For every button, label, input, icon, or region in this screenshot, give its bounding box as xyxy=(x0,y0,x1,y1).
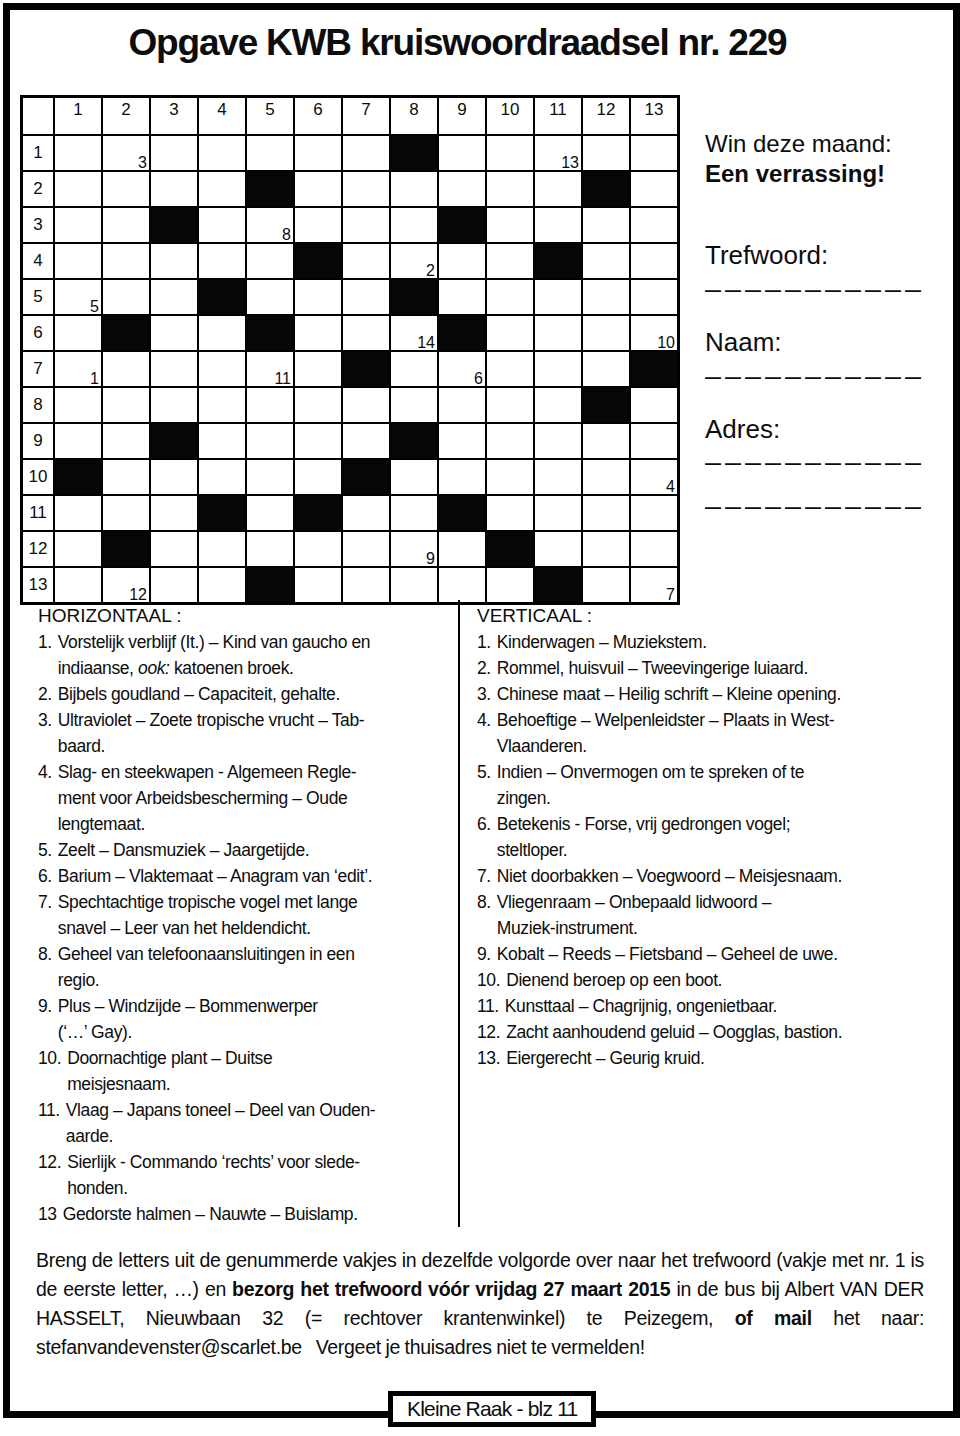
cell-r13c10[interactable] xyxy=(487,568,533,602)
page-footer-box: Kleine Raak - blz 11 xyxy=(388,1391,596,1427)
page-footer-text: Kleine Raak - blz 11 xyxy=(407,1397,577,1420)
column-label-1: 1 xyxy=(55,98,101,134)
cell-r7c8[interactable] xyxy=(391,352,437,386)
cell-r6c10[interactable] xyxy=(487,316,533,350)
cell-r5c5[interactable] xyxy=(247,280,293,314)
cell-r4c5[interactable] xyxy=(247,244,293,278)
vertical-clue-11: 11.Kunsttaal – Chagrijnig, ongenietbaar. xyxy=(477,993,949,1019)
keyword-number-5: 5 xyxy=(90,298,99,315)
black-cell-r9c3 xyxy=(151,424,197,458)
clue-text: Plus – Windzijde – Bommenwerper (‘…’ Gay… xyxy=(58,993,318,1045)
cell-r2c3[interactable] xyxy=(151,172,197,206)
cell-r10c3[interactable] xyxy=(151,460,197,494)
cell-r4c3[interactable] xyxy=(151,244,197,278)
cell-r7c4[interactable] xyxy=(199,352,245,386)
keyword-number-4: 4 xyxy=(666,478,675,495)
cell-r12c4[interactable] xyxy=(199,532,245,566)
vertical-clue-3: 3.Chinese maat – Heilig schrift – Kleine… xyxy=(477,681,949,707)
cell-r7c5[interactable]: 11 xyxy=(247,352,293,386)
black-cell-r10c7 xyxy=(343,460,389,494)
cell-r4c13[interactable] xyxy=(631,244,677,278)
horizontal-clue-3: 3.Ultraviolet – Zoete tropische vrucht –… xyxy=(38,707,460,759)
clue-text: Sierlijk - Commando ‘rechts’ voor slede-… xyxy=(67,1149,360,1201)
cell-r10c9[interactable] xyxy=(439,460,485,494)
clue-text: Geheel van telefoonaansluitingen in een … xyxy=(58,941,355,993)
cell-r11c7[interactable] xyxy=(343,496,389,530)
cell-r12c6[interactable] xyxy=(295,532,341,566)
clue-text: Slag- en steekwapen - Algemeen Regle- me… xyxy=(58,759,356,837)
cell-r11c10[interactable] xyxy=(487,496,533,530)
clue-text: Rommel, huisvuil – Tweevingerige luiaard… xyxy=(497,655,808,681)
cell-r8c4[interactable] xyxy=(199,388,245,422)
cell-r3c2[interactable] xyxy=(103,208,149,242)
row-label-7: 7 xyxy=(23,352,53,386)
clue-number: 6. xyxy=(38,863,52,889)
vertical-clue-12: 12.Zacht aanhoudend geluid – Oogglas, ba… xyxy=(477,1019,949,1045)
horizontal-clue-12: 12.Sierlijk - Commando ‘rechts’ voor sle… xyxy=(38,1149,460,1201)
clue-number: 7. xyxy=(38,889,52,941)
black-cell-r3c3 xyxy=(151,208,197,242)
keyword-number-10: 10 xyxy=(657,334,675,351)
cell-r6c4[interactable] xyxy=(199,316,245,350)
cell-r9c7[interactable] xyxy=(343,424,389,458)
keyword-number-11: 11 xyxy=(274,370,291,387)
cell-r12c5[interactable] xyxy=(247,532,293,566)
clue-number: 9. xyxy=(38,993,52,1045)
clue-number: 5. xyxy=(477,759,491,811)
clue-text: Zacht aanhoudend geluid – Oogglas, basti… xyxy=(506,1019,842,1045)
row-label-11: 11 xyxy=(23,496,53,530)
naam-write-line[interactable]: ——————————— xyxy=(705,369,925,387)
horizontal-clue-13: 13Gedorste halmen – Nauwte – Buislamp. xyxy=(38,1201,460,1227)
row-label-3: 3 xyxy=(23,208,53,242)
win-text-line2: Een verrassing! xyxy=(705,160,885,188)
black-cell-r11c9 xyxy=(439,496,485,530)
cell-r6c12[interactable] xyxy=(583,316,629,350)
black-cell-r12c10 xyxy=(487,532,533,566)
cell-r9c12[interactable] xyxy=(583,424,629,458)
cell-r12c1[interactable] xyxy=(55,532,101,566)
cell-r1c4[interactable] xyxy=(199,136,245,170)
vertical-clue-2: 2.Rommel, huisvuil – Tweevingerige luiaa… xyxy=(477,655,949,681)
cell-r12c13[interactable] xyxy=(631,532,677,566)
black-cell-r4c11 xyxy=(535,244,581,278)
clue-text: Kunsttaal – Chagrijnig, ongenietbaar. xyxy=(505,993,777,1019)
cell-r7c9[interactable]: 6 xyxy=(439,352,485,386)
horizontal-clue-1: 1.Vorstelijk verblijf (It.) – Kind van g… xyxy=(38,629,460,681)
cell-r8c7[interactable] xyxy=(343,388,389,422)
cell-r12c7[interactable] xyxy=(343,532,389,566)
black-cell-r13c11 xyxy=(535,568,581,602)
clue-number: 2. xyxy=(477,655,491,681)
black-cell-r2c12 xyxy=(583,172,629,206)
cell-r2c11[interactable] xyxy=(535,172,581,206)
black-cell-r11c6 xyxy=(295,496,341,530)
cell-r3c1[interactable] xyxy=(55,208,101,242)
column-label-13: 13 xyxy=(631,98,677,134)
clue-number: 9. xyxy=(477,941,491,967)
cell-r2c10[interactable] xyxy=(487,172,533,206)
cell-r13c4[interactable] xyxy=(199,568,245,602)
clue-number: 7. xyxy=(477,863,491,889)
cell-r13c13[interactable]: 7 xyxy=(631,568,677,602)
clue-number: 2. xyxy=(38,681,52,707)
black-cell-r7c13 xyxy=(631,352,677,386)
cell-r10c13[interactable]: 4 xyxy=(631,460,677,494)
cell-r7c1[interactable]: 1 xyxy=(55,352,101,386)
clue-text: Ultraviolet – Zoete tropische vrucht – T… xyxy=(58,707,364,759)
cell-r9c2[interactable] xyxy=(103,424,149,458)
cell-r9c11[interactable] xyxy=(535,424,581,458)
cell-r3c11[interactable] xyxy=(535,208,581,242)
cell-r8c9[interactable] xyxy=(439,388,485,422)
cell-r12c12[interactable] xyxy=(583,532,629,566)
horizontal-clue-6: 6.Barium – Vlaktemaat – Anagram van ‘edi… xyxy=(38,863,460,889)
cell-r9c10[interactable] xyxy=(487,424,533,458)
cell-r4c1[interactable] xyxy=(55,244,101,278)
clue-text: Bijbels goudland – Capaciteit, gehalte. xyxy=(58,681,340,707)
cell-r1c11[interactable]: 13 xyxy=(535,136,581,170)
cell-r11c11[interactable] xyxy=(535,496,581,530)
cell-r8c1[interactable] xyxy=(55,388,101,422)
cell-r5c13[interactable] xyxy=(631,280,677,314)
cell-r9c5[interactable] xyxy=(247,424,293,458)
cell-r7c2[interactable] xyxy=(103,352,149,386)
cell-r3c8[interactable] xyxy=(391,208,437,242)
cell-r3c10[interactable] xyxy=(487,208,533,242)
naam-label: Naam: xyxy=(705,327,782,358)
black-cell-r9c8 xyxy=(391,424,437,458)
clue-text: Spechtachtige tropische vogel met lange … xyxy=(58,889,358,941)
vertical-clue-5: 5.Indien – Onvermogen om te spreken of t… xyxy=(477,759,949,811)
clue-text: Vliegenraam – Onbepaald lidwoord – Muzie… xyxy=(497,889,771,941)
cell-r2c6[interactable] xyxy=(295,172,341,206)
vertical-clue-13: 13.Eiergerecht – Geurig kruid. xyxy=(477,1045,949,1071)
win-text-line1: Win deze maand: xyxy=(705,130,892,158)
cell-r4c4[interactable] xyxy=(199,244,245,278)
vertical-clues-header: VERTICAAL : xyxy=(477,603,949,629)
cell-r12c8[interactable]: 9 xyxy=(391,532,437,566)
cell-r3c4[interactable] xyxy=(199,208,245,242)
vertical-clue-10: 10.Dienend beroep op een boot. xyxy=(477,967,949,993)
clue-number: 1. xyxy=(38,629,52,681)
cell-r11c3[interactable] xyxy=(151,496,197,530)
crossword-grid: 1234567891011121313132384255614107111689… xyxy=(20,95,680,605)
cell-r5c12[interactable] xyxy=(583,280,629,314)
cell-r5c2[interactable] xyxy=(103,280,149,314)
clue-text: Gedorste halmen – Nauwte – Buislamp. xyxy=(63,1201,358,1227)
cell-r13c1[interactable] xyxy=(55,568,101,602)
cell-r5c1[interactable]: 5 xyxy=(55,280,101,314)
cell-r3c13[interactable] xyxy=(631,208,677,242)
page-title: Opgave KWB kruiswoordraadsel nr. 229 xyxy=(0,22,960,64)
black-cell-r1c8 xyxy=(391,136,437,170)
cell-r11c8[interactable] xyxy=(391,496,437,530)
black-cell-r6c9 xyxy=(439,316,485,350)
clue-number: 3. xyxy=(38,707,52,759)
cell-r8c5[interactable] xyxy=(247,388,293,422)
cell-r1c13[interactable] xyxy=(631,136,677,170)
cell-r1c2[interactable]: 3 xyxy=(103,136,149,170)
clues-divider xyxy=(458,600,460,1227)
clue-text: Chinese maat – Heilig schrift – Kleine o… xyxy=(497,681,841,707)
cell-r5c7[interactable] xyxy=(343,280,389,314)
clue-number: 10. xyxy=(477,967,500,993)
cell-r1c10[interactable] xyxy=(487,136,533,170)
black-cell-r12c2 xyxy=(103,532,149,566)
clue-text: Kinderwagen – Muziekstem. xyxy=(497,629,707,655)
cell-r2c4[interactable] xyxy=(199,172,245,206)
keyword-number-6: 6 xyxy=(474,370,483,387)
keyword-number-13: 13 xyxy=(561,154,579,171)
cell-r10c2[interactable] xyxy=(103,460,149,494)
column-label-11: 11 xyxy=(535,98,581,134)
cell-r13c7[interactable] xyxy=(343,568,389,602)
cell-r1c9[interactable] xyxy=(439,136,485,170)
black-cell-r5c4 xyxy=(199,280,245,314)
keyword-number-12: 12 xyxy=(129,586,147,603)
keyword-number-2: 2 xyxy=(426,262,435,279)
clue-number: 13 xyxy=(38,1201,57,1227)
clue-text: Zeelt – Dansmuziek – Jaargetijde. xyxy=(58,837,309,863)
cell-r1c5[interactable] xyxy=(247,136,293,170)
cell-r8c3[interactable] xyxy=(151,388,197,422)
clue-number: 3. xyxy=(477,681,491,707)
cell-r1c6[interactable] xyxy=(295,136,341,170)
cell-r2c8[interactable] xyxy=(391,172,437,206)
cell-r1c12[interactable] xyxy=(583,136,629,170)
cell-r6c3[interactable] xyxy=(151,316,197,350)
row-label-2: 2 xyxy=(23,172,53,206)
cell-r5c6[interactable] xyxy=(295,280,341,314)
cell-r9c1[interactable] xyxy=(55,424,101,458)
black-cell-r8c12 xyxy=(583,388,629,422)
column-label-8: 8 xyxy=(391,98,437,134)
cell-r7c3[interactable] xyxy=(151,352,197,386)
vertical-clue-8: 8.Vliegenraam – Onbepaald lidwoord – Muz… xyxy=(477,889,949,941)
cell-r11c2[interactable] xyxy=(103,496,149,530)
black-cell-r6c2 xyxy=(103,316,149,350)
keyword-number-14: 14 xyxy=(417,334,435,351)
horizontal-clue-2: 2.Bijbels goudland – Capaciteit, gehalte… xyxy=(38,681,460,707)
horizontal-clue-4: 4.Slag- en steekwapen - Algemeen Regle- … xyxy=(38,759,460,837)
row-label-1: 1 xyxy=(23,136,53,170)
cell-r1c3[interactable] xyxy=(151,136,197,170)
keyword-number-1: 1 xyxy=(90,370,99,387)
horizontal-clue-9: 9.Plus – Windzijde – Bommenwerper (‘…’ G… xyxy=(38,993,460,1045)
cell-r13c2[interactable]: 12 xyxy=(103,568,149,602)
cell-r8c10[interactable] xyxy=(487,388,533,422)
cell-r5c9[interactable] xyxy=(439,280,485,314)
cell-r13c3[interactable] xyxy=(151,568,197,602)
cell-r2c13[interactable] xyxy=(631,172,677,206)
cell-r10c11[interactable] xyxy=(535,460,581,494)
cell-r7c6[interactable] xyxy=(295,352,341,386)
horizontal-clues-list: 1.Vorstelijk verblijf (It.) – Kind van g… xyxy=(38,629,460,1227)
clue-text: Indien – Onvermogen om te spreken of te … xyxy=(497,759,804,811)
row-label-6: 6 xyxy=(23,316,53,350)
clue-text: Vorstelijk verblijf (It.) – Kind van gau… xyxy=(58,629,370,681)
cell-r6c11[interactable] xyxy=(535,316,581,350)
clue-text: Behoeftige – Welpenleidster – Plaats in … xyxy=(497,707,834,759)
cell-r9c6[interactable] xyxy=(295,424,341,458)
adres-label: Adres: xyxy=(705,414,780,445)
vertical-clue-9: 9.Kobalt – Reeds – Fietsband – Geheel de… xyxy=(477,941,949,967)
cell-r2c9[interactable] xyxy=(439,172,485,206)
cell-r3c5[interactable]: 8 xyxy=(247,208,293,242)
cell-r2c2[interactable] xyxy=(103,172,149,206)
cell-r10c12[interactable] xyxy=(583,460,629,494)
clue-number: 6. xyxy=(477,811,491,863)
clue-number: 4. xyxy=(477,707,491,759)
cell-r10c6[interactable] xyxy=(295,460,341,494)
cell-r7c10[interactable] xyxy=(487,352,533,386)
clue-number: 8. xyxy=(477,889,491,941)
grid-corner-cell xyxy=(23,98,53,134)
column-label-9: 9 xyxy=(439,98,485,134)
clue-number: 4. xyxy=(38,759,52,837)
cell-r1c7[interactable] xyxy=(343,136,389,170)
clue-text: Doornachtige plant – Duitse meisjesnaam. xyxy=(67,1045,272,1097)
clue-number: 5. xyxy=(38,837,52,863)
trefwoord-label: Trefwoord: xyxy=(705,240,828,271)
vertical-clues-list: 1.Kinderwagen – Muziekstem.2.Rommel, hui… xyxy=(477,629,949,1071)
black-cell-r2c5 xyxy=(247,172,293,206)
clue-text: Eiergerecht – Geurig kruid. xyxy=(506,1045,704,1071)
cell-r10c4[interactable] xyxy=(199,460,245,494)
instructions-bold-segment: of mail xyxy=(735,1307,812,1329)
clue-number: 1. xyxy=(477,629,491,655)
instructions-bold-segment: bezorg het trefwoord vóór vrijdag 27 maa… xyxy=(232,1278,670,1300)
cell-r4c12[interactable] xyxy=(583,244,629,278)
cell-r1c1[interactable] xyxy=(55,136,101,170)
cell-r9c13[interactable] xyxy=(631,424,677,458)
cell-r7c12[interactable] xyxy=(583,352,629,386)
cell-r4c9[interactable] xyxy=(439,244,485,278)
cell-r5c3[interactable] xyxy=(151,280,197,314)
black-cell-r13c5 xyxy=(247,568,293,602)
cell-r11c5[interactable] xyxy=(247,496,293,530)
cell-r10c10[interactable] xyxy=(487,460,533,494)
column-label-10: 10 xyxy=(487,98,533,134)
keyword-number-7: 7 xyxy=(666,586,675,603)
cell-r8c2[interactable] xyxy=(103,388,149,422)
cell-r2c7[interactable] xyxy=(343,172,389,206)
black-cell-r3c9 xyxy=(439,208,485,242)
cell-r13c9[interactable] xyxy=(439,568,485,602)
cell-r12c9[interactable] xyxy=(439,532,485,566)
vertical-clue-4: 4.Behoeftige – Welpenleidster – Plaats i… xyxy=(477,707,949,759)
cell-r13c12[interactable] xyxy=(583,568,629,602)
clue-number: 11. xyxy=(477,993,499,1019)
column-label-5: 5 xyxy=(247,98,293,134)
cell-r4c2[interactable] xyxy=(103,244,149,278)
cell-r6c13[interactable]: 10 xyxy=(631,316,677,350)
horizontal-clues-header: HORIZONTAAL : xyxy=(38,603,460,629)
cell-r4c10[interactable] xyxy=(487,244,533,278)
horizontal-clue-11: 11.Vlaag – Japans toneel – Deel van Oude… xyxy=(38,1097,460,1149)
clue-text: Dienend beroep op een boot. xyxy=(506,967,722,993)
clue-number: 10. xyxy=(38,1045,61,1097)
clue-number: 13. xyxy=(477,1045,500,1071)
column-label-2: 2 xyxy=(103,98,149,134)
horizontal-clue-7: 7.Spechtachtige tropische vogel met lang… xyxy=(38,889,460,941)
vertical-clue-6: 6.Betekenis - Forse, vrij gedrongen voge… xyxy=(477,811,949,863)
cell-r11c1[interactable] xyxy=(55,496,101,530)
cell-r9c4[interactable] xyxy=(199,424,245,458)
keyword-number-8: 8 xyxy=(282,226,291,243)
cell-r3c6[interactable] xyxy=(295,208,341,242)
cell-r8c8[interactable] xyxy=(391,388,437,422)
row-label-5: 5 xyxy=(23,280,53,314)
cell-r8c13[interactable] xyxy=(631,388,677,422)
clue-text: Vlaag – Japans toneel – Deel van Ouden- … xyxy=(66,1097,375,1149)
cell-r6c8[interactable]: 14 xyxy=(391,316,437,350)
adres-write-line-2[interactable]: ——————————— xyxy=(705,499,925,517)
clue-text: Betekenis - Forse, vrij gedrongen vogel;… xyxy=(497,811,790,863)
row-label-8: 8 xyxy=(23,388,53,422)
horizontal-clue-10: 10.Doornachtige plant – Duitse meisjesna… xyxy=(38,1045,460,1097)
row-label-4: 4 xyxy=(23,244,53,278)
black-cell-r6c5 xyxy=(247,316,293,350)
horizontal-clue-5: 5.Zeelt – Dansmuziek – Jaargetijde. xyxy=(38,837,460,863)
row-label-12: 12 xyxy=(23,532,53,566)
black-cell-r5c8 xyxy=(391,280,437,314)
cell-r2c1[interactable] xyxy=(55,172,101,206)
cell-r3c12[interactable] xyxy=(583,208,629,242)
cell-r3c7[interactable] xyxy=(343,208,389,242)
row-label-13: 13 xyxy=(23,568,53,602)
cell-r6c6[interactable] xyxy=(295,316,341,350)
cell-r5c10[interactable] xyxy=(487,280,533,314)
cell-r12c3[interactable] xyxy=(151,532,197,566)
row-label-9: 9 xyxy=(23,424,53,458)
row-label-10: 10 xyxy=(23,460,53,494)
cell-r4c7[interactable] xyxy=(343,244,389,278)
submission-instructions: Breng de letters uit de genummerde vakje… xyxy=(36,1246,924,1362)
cell-r11c12[interactable] xyxy=(583,496,629,530)
cell-r6c7[interactable] xyxy=(343,316,389,350)
black-cell-r7c7 xyxy=(343,352,389,386)
column-label-6: 6 xyxy=(295,98,341,134)
cell-r10c8[interactable] xyxy=(391,460,437,494)
cell-r8c6[interactable] xyxy=(295,388,341,422)
black-cell-r10c1 xyxy=(55,460,101,494)
column-label-12: 12 xyxy=(583,98,629,134)
adres-write-line-1[interactable]: ——————————— xyxy=(705,455,925,473)
cell-r8c11[interactable] xyxy=(535,388,581,422)
column-label-7: 7 xyxy=(343,98,389,134)
cell-r13c6[interactable] xyxy=(295,568,341,602)
cell-r5c11[interactable] xyxy=(535,280,581,314)
keyword-number-9: 9 xyxy=(426,550,435,567)
trefwoord-write-line[interactable]: ——————————— xyxy=(705,282,925,300)
column-label-4: 4 xyxy=(199,98,245,134)
cell-r11c13[interactable] xyxy=(631,496,677,530)
clue-number: 12. xyxy=(477,1019,500,1045)
cell-r6c1[interactable] xyxy=(55,316,101,350)
cell-r4c8[interactable]: 2 xyxy=(391,244,437,278)
clue-text: Barium – Vlaktemaat – Anagram van ‘edit’… xyxy=(58,863,372,889)
cell-r7c11[interactable] xyxy=(535,352,581,386)
cell-r10c5[interactable] xyxy=(247,460,293,494)
cell-r12c11[interactable] xyxy=(535,532,581,566)
cell-r13c8[interactable] xyxy=(391,568,437,602)
clue-number: 11. xyxy=(38,1097,60,1149)
cell-r9c9[interactable] xyxy=(439,424,485,458)
vertical-clue-1: 1.Kinderwagen – Muziekstem. xyxy=(477,629,949,655)
black-cell-r11c4 xyxy=(199,496,245,530)
